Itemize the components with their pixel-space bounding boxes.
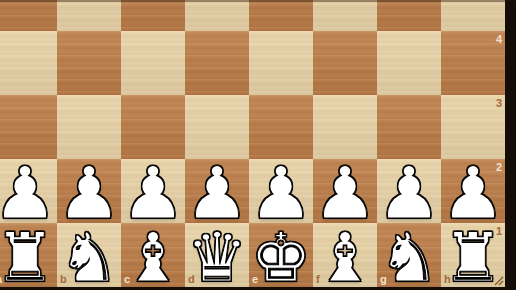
white-queen[interactable]: ♛: [187, 224, 248, 290]
square-a5[interactable]: [0, 0, 57, 31]
square-b3[interactable]: [57, 95, 121, 159]
square-e2[interactable]: ♟: [249, 159, 313, 223]
square-d4[interactable]: [185, 31, 249, 95]
square-g2[interactable]: ♟: [377, 159, 441, 223]
square-g4[interactable]: [377, 31, 441, 95]
square-b4[interactable]: [57, 31, 121, 95]
square-g5[interactable]: [377, 0, 441, 31]
white-knight[interactable]: ♞: [59, 224, 120, 290]
square-h2[interactable]: ♟2: [441, 159, 505, 223]
square-f4[interactable]: [313, 31, 377, 95]
white-bishop[interactable]: ♝: [315, 224, 376, 290]
square-c5[interactable]: [121, 0, 185, 31]
square-c4[interactable]: [121, 31, 185, 95]
square-a1[interactable]: ♜a: [0, 223, 57, 287]
square-c1[interactable]: ♝c: [121, 223, 185, 287]
square-c2[interactable]: ♟: [121, 159, 185, 223]
square-f2[interactable]: ♟: [313, 159, 377, 223]
square-b5[interactable]: [57, 0, 121, 31]
square-h5[interactable]: [441, 0, 505, 31]
square-d1[interactable]: ♛d: [185, 223, 249, 287]
square-e1[interactable]: ♚e: [249, 223, 313, 287]
white-rook[interactable]: ♜: [0, 224, 55, 290]
square-d5[interactable]: [185, 0, 249, 31]
square-d3[interactable]: [185, 95, 249, 159]
square-g3[interactable]: [377, 95, 441, 159]
square-b2[interactable]: ♟: [57, 159, 121, 223]
square-e3[interactable]: [249, 95, 313, 159]
white-king[interactable]: ♚: [251, 224, 312, 290]
square-a2[interactable]: ♟: [0, 159, 57, 223]
top-edge-shadow: [0, 0, 516, 2]
square-a3[interactable]: [0, 95, 57, 159]
square-a4[interactable]: [0, 31, 57, 95]
square-f3[interactable]: [313, 95, 377, 159]
white-knight[interactable]: ♞: [379, 224, 440, 290]
square-f5[interactable]: [313, 0, 377, 31]
square-f1[interactable]: ♝f: [313, 223, 377, 287]
square-c3[interactable]: [121, 95, 185, 159]
chess-board-viewport: 43♟♟♟♟♟♟♟♟2♜a♞b♝c♛d♚e♝f♞g♜1h: [0, 0, 516, 290]
square-g1[interactable]: ♞g: [377, 223, 441, 287]
square-h1[interactable]: ♜1h: [441, 223, 505, 287]
square-h4[interactable]: 4: [441, 31, 505, 95]
rank-label-3: 3: [496, 98, 502, 109]
rank-label-4: 4: [496, 34, 502, 45]
square-h3[interactable]: 3: [441, 95, 505, 159]
white-bishop[interactable]: ♝: [123, 224, 184, 290]
square-e4[interactable]: [249, 31, 313, 95]
chess-board: 43♟♟♟♟♟♟♟♟2♜a♞b♝c♛d♚e♝f♞g♜1h: [0, 0, 505, 287]
square-d2[interactable]: ♟: [185, 159, 249, 223]
square-e5[interactable]: [249, 0, 313, 31]
square-b1[interactable]: ♞b: [57, 223, 121, 287]
board-resize-handle-icon[interactable]: [492, 274, 504, 286]
